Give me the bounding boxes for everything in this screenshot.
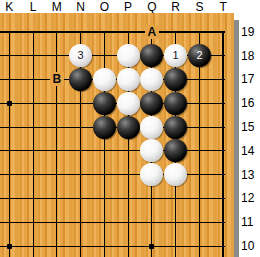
point-label-B[interactable]: B <box>50 72 64 86</box>
white-stone-O17[interactable] <box>93 68 116 91</box>
coord-row-11: 11 <box>241 214 253 230</box>
white-stone-P16[interactable] <box>117 92 140 115</box>
move-number: 1 <box>173 50 179 61</box>
white-stone-P18[interactable] <box>117 44 140 67</box>
grid-vline-L <box>33 31 34 257</box>
white-stone-P17[interactable] <box>117 68 140 91</box>
coord-row-19: 19 <box>241 24 254 40</box>
grid-vline-M <box>56 31 57 257</box>
black-stone-P15[interactable] <box>117 116 140 139</box>
grid-hline-14 <box>0 150 225 151</box>
coord-row-10: 10 <box>241 238 254 254</box>
black-stone-R16[interactable] <box>164 92 187 115</box>
black-stone-Q16[interactable] <box>140 92 163 115</box>
move-number: 3 <box>77 50 83 61</box>
star-point-K10 <box>7 244 12 249</box>
white-stone-Q17[interactable] <box>140 68 163 91</box>
grid-hline-13 <box>0 174 225 175</box>
grid-vline-T <box>222 31 224 257</box>
go-board-diagram: KLMNOPQRST 231AB19181716151413121110 <box>0 0 260 257</box>
coord-row-17: 17 <box>241 71 254 87</box>
black-stone-S18[interactable]: 2 <box>188 44 211 67</box>
white-stone-N18[interactable]: 3 <box>69 44 92 67</box>
white-stone-R13[interactable] <box>164 163 187 186</box>
grid-hline-12 <box>0 198 225 199</box>
coord-row-12: 12 <box>241 190 254 206</box>
grid-hline-10 <box>0 246 225 247</box>
black-stone-R15[interactable] <box>164 116 187 139</box>
move-number: 2 <box>196 50 202 61</box>
grid-hline-11 <box>0 222 225 223</box>
white-stone-Q15[interactable] <box>140 116 163 139</box>
black-stone-O16[interactable] <box>93 92 116 115</box>
black-stone-R17[interactable] <box>164 68 187 91</box>
black-stone-R14[interactable] <box>164 139 187 162</box>
star-point-Q10 <box>149 244 154 249</box>
white-stone-Q14[interactable] <box>140 139 163 162</box>
white-stone-R18[interactable]: 1 <box>164 44 187 67</box>
coord-row-18: 18 <box>241 48 254 64</box>
black-stone-O15[interactable] <box>93 116 116 139</box>
coord-row-13: 13 <box>241 167 254 183</box>
grid-vline-K <box>9 31 10 257</box>
coord-row-15: 15 <box>241 119 254 135</box>
black-stone-N17[interactable] <box>69 68 92 91</box>
board-overlay: 231AB19181716151413121110 <box>0 0 260 257</box>
white-stone-Q13[interactable] <box>140 163 163 186</box>
coord-row-16: 16 <box>241 95 254 111</box>
star-point-K16 <box>7 101 12 106</box>
grid-hline-19 <box>0 31 225 33</box>
grid-vline-O <box>104 31 105 257</box>
black-stone-Q18[interactable] <box>140 44 163 67</box>
point-label-A[interactable]: A <box>145 25 159 39</box>
coord-row-14: 14 <box>241 143 254 159</box>
